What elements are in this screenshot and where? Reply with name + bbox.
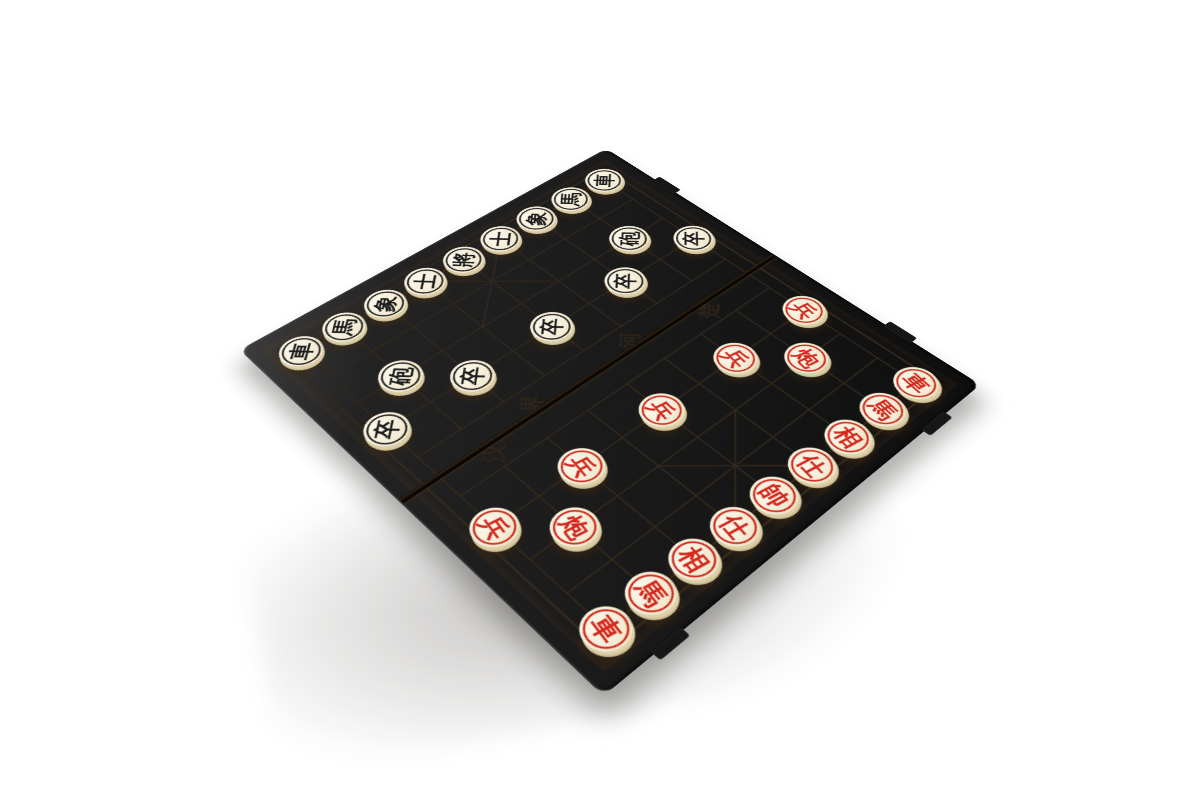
piece-character: 士 <box>412 273 439 289</box>
piece-character: 馬 <box>559 192 582 206</box>
river-text-he: 河 <box>617 332 641 349</box>
piece-character: 馬 <box>330 319 359 336</box>
piece-character: 將 <box>451 252 477 268</box>
piece-character: 卒 <box>613 273 637 289</box>
piece-character: 車 <box>593 174 615 188</box>
piece-character: 象 <box>524 212 548 226</box>
piece-character: 士 <box>488 231 513 246</box>
piece-character: 卒 <box>682 231 705 246</box>
piece-character: 兵 <box>718 346 753 370</box>
piece-character: 卒 <box>539 318 565 335</box>
frame-clasp-tab <box>653 177 681 194</box>
piece-character: 炮 <box>789 346 824 370</box>
xiangqi-scene: 汉 界 河 楚 車馬象士將士象馬車砲砲卒卒卒卒卒兵兵兵兵兵炮炮車馬相仕帥仕相馬車 <box>343 88 867 646</box>
frame-clasp-tab <box>921 411 952 435</box>
river-text-chu: 楚 <box>696 303 720 319</box>
piece-character: 象 <box>372 296 400 313</box>
piece-character: 車 <box>286 342 316 360</box>
piece-character: 兵 <box>787 299 821 322</box>
piece-character: 砲 <box>618 231 641 246</box>
